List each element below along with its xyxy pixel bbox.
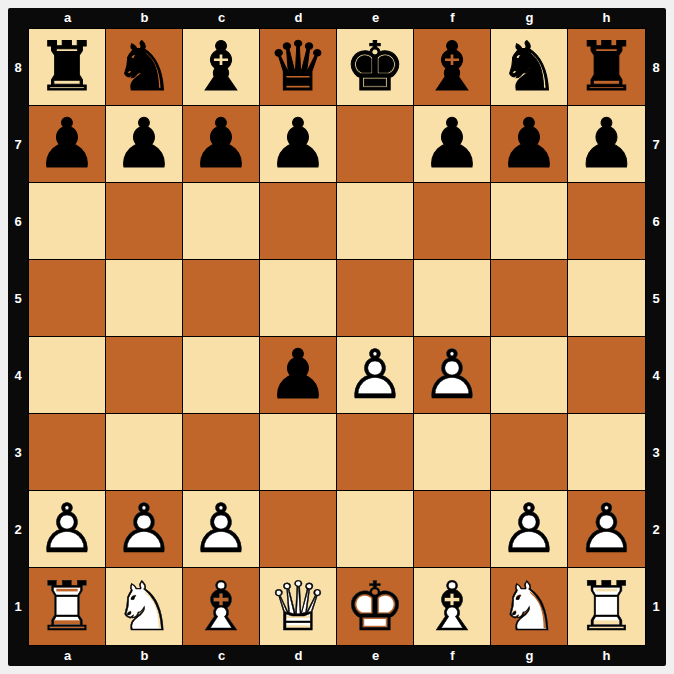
file-label-g-bottom: g bbox=[491, 646, 568, 666]
piece-white-pawn[interactable]: ♟♙ bbox=[183, 491, 259, 567]
black-pawn-glyph: ♟ bbox=[568, 106, 645, 182]
file-label-h-bottom: h bbox=[568, 646, 645, 666]
square-c1[interactable]: ♝♗ bbox=[183, 568, 260, 645]
square-g5[interactable] bbox=[491, 260, 568, 337]
square-c3[interactable] bbox=[183, 414, 260, 491]
square-d7[interactable]: ♟ bbox=[260, 106, 337, 183]
black-pawn-glyph: ♟ bbox=[414, 106, 490, 182]
piece-black-pawn[interactable]: ♟ bbox=[260, 106, 336, 182]
square-f5[interactable] bbox=[414, 260, 491, 337]
piece-white-pawn[interactable]: ♟♙ bbox=[491, 491, 567, 567]
white-pawn-outline-glyph: ♙ bbox=[337, 337, 413, 413]
white-king-outline-glyph: ♔ bbox=[337, 568, 413, 645]
black-queen-glyph: ♛ bbox=[260, 29, 336, 105]
square-h4[interactable] bbox=[568, 337, 645, 414]
square-f7[interactable]: ♟ bbox=[414, 106, 491, 183]
piece-black-pawn[interactable]: ♟ bbox=[414, 106, 490, 182]
black-pawn-glyph: ♟ bbox=[260, 337, 336, 413]
black-bishop-glyph: ♝ bbox=[414, 29, 490, 105]
square-f6[interactable] bbox=[414, 183, 491, 260]
rank-label-3-left: 3 bbox=[8, 414, 28, 491]
square-a5[interactable] bbox=[29, 260, 106, 337]
chess-board: ♜♞♝♛♚♝♞♜♟♟♟♟♟♟♟♟♟♙♟♙♟♙♟♙♟♙♟♙♟♙♜♖♞♘♝♗♛♕♚♔… bbox=[28, 28, 646, 646]
piece-black-king[interactable]: ♚ bbox=[337, 29, 413, 105]
piece-black-queen[interactable]: ♛ bbox=[260, 29, 336, 105]
rank-label-8-left: 8 bbox=[8, 29, 28, 106]
rank-label-1-left: 1 bbox=[8, 568, 28, 645]
square-a7[interactable]: ♟ bbox=[29, 106, 106, 183]
square-f4[interactable]: ♟♙ bbox=[414, 337, 491, 414]
square-a2[interactable]: ♟♙ bbox=[29, 491, 106, 568]
white-pawn-outline-glyph: ♙ bbox=[106, 491, 182, 567]
white-bishop-outline-glyph: ♗ bbox=[414, 568, 490, 645]
square-g1[interactable]: ♞♘ bbox=[491, 568, 568, 645]
square-h5[interactable] bbox=[568, 260, 645, 337]
square-b7[interactable]: ♟ bbox=[106, 106, 183, 183]
square-e1[interactable]: ♚♔ bbox=[337, 568, 414, 645]
square-f8[interactable]: ♝ bbox=[414, 29, 491, 106]
square-b8[interactable]: ♞ bbox=[106, 29, 183, 106]
square-b6[interactable] bbox=[106, 183, 183, 260]
piece-black-pawn[interactable]: ♟ bbox=[491, 106, 567, 182]
square-a6[interactable] bbox=[29, 183, 106, 260]
square-f1[interactable]: ♝♗ bbox=[414, 568, 491, 645]
black-bishop-glyph: ♝ bbox=[183, 29, 259, 105]
piece-white-rook[interactable]: ♜♖ bbox=[568, 568, 645, 645]
square-e6[interactable] bbox=[337, 183, 414, 260]
file-label-c-top: c bbox=[183, 8, 260, 28]
square-d3[interactable] bbox=[260, 414, 337, 491]
piece-white-king[interactable]: ♚♔ bbox=[337, 568, 413, 645]
rank-label-8-right: 8 bbox=[646, 29, 666, 106]
piece-white-pawn[interactable]: ♟♙ bbox=[414, 337, 490, 413]
chess-app-screen: ♜♞♝♛♚♝♞♜♟♟♟♟♟♟♟♟♟♙♟♙♟♙♟♙♟♙♟♙♟♙♜♖♞♘♝♗♛♕♚♔… bbox=[0, 0, 674, 674]
square-e5[interactable] bbox=[337, 260, 414, 337]
black-pawn-glyph: ♟ bbox=[491, 106, 567, 182]
rank-label-5-right: 5 bbox=[646, 260, 666, 337]
piece-white-pawn[interactable]: ♟♙ bbox=[337, 337, 413, 413]
file-label-e-top: e bbox=[337, 8, 414, 28]
rank-label-7-right: 7 bbox=[646, 106, 666, 183]
square-c6[interactable] bbox=[183, 183, 260, 260]
square-c4[interactable] bbox=[183, 337, 260, 414]
white-pawn-outline-glyph: ♙ bbox=[29, 491, 105, 567]
square-b5[interactable] bbox=[106, 260, 183, 337]
white-pawn-outline-glyph: ♙ bbox=[183, 491, 259, 567]
piece-white-pawn[interactable]: ♟♙ bbox=[106, 491, 182, 567]
square-g2[interactable]: ♟♙ bbox=[491, 491, 568, 568]
piece-black-bishop[interactable]: ♝ bbox=[183, 29, 259, 105]
white-pawn-outline-glyph: ♙ bbox=[568, 491, 645, 567]
square-h7[interactable]: ♟ bbox=[568, 106, 645, 183]
piece-black-rook[interactable]: ♜ bbox=[29, 29, 105, 105]
piece-white-pawn[interactable]: ♟♙ bbox=[568, 491, 645, 567]
square-f3[interactable] bbox=[414, 414, 491, 491]
square-d5[interactable] bbox=[260, 260, 337, 337]
square-d2[interactable] bbox=[260, 491, 337, 568]
piece-white-knight[interactable]: ♞♘ bbox=[106, 568, 182, 645]
piece-black-bishop[interactable]: ♝ bbox=[414, 29, 490, 105]
file-label-d-top: d bbox=[260, 8, 337, 28]
piece-white-bishop[interactable]: ♝♗ bbox=[414, 568, 490, 645]
square-g4[interactable] bbox=[491, 337, 568, 414]
square-g8[interactable]: ♞ bbox=[491, 29, 568, 106]
square-h3[interactable] bbox=[568, 414, 645, 491]
square-h1[interactable]: ♜♖ bbox=[568, 568, 645, 645]
square-b3[interactable] bbox=[106, 414, 183, 491]
square-d4[interactable]: ♟ bbox=[260, 337, 337, 414]
rank-label-1-right: 1 bbox=[646, 568, 666, 645]
file-label-c-bottom: c bbox=[183, 646, 260, 666]
square-d1[interactable]: ♛♕ bbox=[260, 568, 337, 645]
rank-label-2-left: 2 bbox=[8, 491, 28, 568]
file-label-e-bottom: e bbox=[337, 646, 414, 666]
square-g7[interactable]: ♟ bbox=[491, 106, 568, 183]
black-knight-glyph: ♞ bbox=[106, 29, 182, 105]
square-a4[interactable] bbox=[29, 337, 106, 414]
piece-black-pawn[interactable]: ♟ bbox=[568, 106, 645, 182]
black-rook-glyph: ♜ bbox=[568, 29, 645, 105]
piece-white-queen[interactable]: ♛♕ bbox=[260, 568, 336, 645]
rank-label-5-left: 5 bbox=[8, 260, 28, 337]
square-c5[interactable] bbox=[183, 260, 260, 337]
white-rook-outline-glyph: ♖ bbox=[29, 568, 105, 645]
square-e8[interactable]: ♚ bbox=[337, 29, 414, 106]
white-queen-outline-glyph: ♕ bbox=[260, 568, 336, 645]
rank-label-4-left: 4 bbox=[8, 337, 28, 414]
square-g6[interactable] bbox=[491, 183, 568, 260]
piece-black-rook[interactable]: ♜ bbox=[568, 29, 645, 105]
black-king-glyph: ♚ bbox=[337, 29, 413, 105]
black-rook-glyph: ♜ bbox=[29, 29, 105, 105]
square-e4[interactable]: ♟♙ bbox=[337, 337, 414, 414]
square-e2[interactable] bbox=[337, 491, 414, 568]
rank-label-6-right: 6 bbox=[646, 183, 666, 260]
square-e3[interactable] bbox=[337, 414, 414, 491]
file-label-b-bottom: b bbox=[106, 646, 183, 666]
square-a1[interactable]: ♜♖ bbox=[29, 568, 106, 645]
square-f2[interactable] bbox=[414, 491, 491, 568]
square-h8[interactable]: ♜ bbox=[568, 29, 645, 106]
rank-label-7-left: 7 bbox=[8, 106, 28, 183]
black-pawn-glyph: ♟ bbox=[29, 106, 105, 182]
square-g3[interactable] bbox=[491, 414, 568, 491]
square-d8[interactable]: ♛ bbox=[260, 29, 337, 106]
square-e7[interactable] bbox=[337, 106, 414, 183]
file-label-a-bottom: a bbox=[29, 646, 106, 666]
square-h2[interactable]: ♟♙ bbox=[568, 491, 645, 568]
file-label-f-top: f bbox=[414, 8, 491, 28]
file-label-g-top: g bbox=[491, 8, 568, 28]
file-label-a-top: a bbox=[29, 8, 106, 28]
white-knight-outline-glyph: ♘ bbox=[491, 568, 567, 645]
white-pawn-outline-glyph: ♙ bbox=[491, 491, 567, 567]
white-pawn-outline-glyph: ♙ bbox=[414, 337, 490, 413]
piece-black-pawn[interactable]: ♟ bbox=[29, 106, 105, 182]
square-h6[interactable] bbox=[568, 183, 645, 260]
square-a3[interactable] bbox=[29, 414, 106, 491]
file-label-d-bottom: d bbox=[260, 646, 337, 666]
rank-label-6-left: 6 bbox=[8, 183, 28, 260]
square-b1[interactable]: ♞♘ bbox=[106, 568, 183, 645]
white-rook-outline-glyph: ♖ bbox=[568, 568, 645, 645]
black-knight-glyph: ♞ bbox=[491, 29, 567, 105]
piece-white-pawn[interactable]: ♟♙ bbox=[29, 491, 105, 567]
rank-label-3-right: 3 bbox=[646, 414, 666, 491]
file-label-h-top: h bbox=[568, 8, 645, 28]
file-label-f-bottom: f bbox=[414, 646, 491, 666]
square-c8[interactable]: ♝ bbox=[183, 29, 260, 106]
piece-white-knight[interactable]: ♞♘ bbox=[491, 568, 567, 645]
white-knight-outline-glyph: ♘ bbox=[106, 568, 182, 645]
black-pawn-glyph: ♟ bbox=[106, 106, 182, 182]
square-c7[interactable]: ♟ bbox=[183, 106, 260, 183]
piece-black-pawn[interactable]: ♟ bbox=[260, 337, 336, 413]
square-b2[interactable]: ♟♙ bbox=[106, 491, 183, 568]
black-pawn-glyph: ♟ bbox=[260, 106, 336, 182]
square-b4[interactable] bbox=[106, 337, 183, 414]
black-pawn-glyph: ♟ bbox=[183, 106, 259, 182]
rank-label-2-right: 2 bbox=[646, 491, 666, 568]
piece-white-bishop[interactable]: ♝♗ bbox=[183, 568, 259, 645]
piece-black-pawn[interactable]: ♟ bbox=[106, 106, 182, 182]
piece-black-knight[interactable]: ♞ bbox=[106, 29, 182, 105]
rank-label-4-right: 4 bbox=[646, 337, 666, 414]
square-a8[interactable]: ♜ bbox=[29, 29, 106, 106]
piece-black-knight[interactable]: ♞ bbox=[491, 29, 567, 105]
file-label-b-top: b bbox=[106, 8, 183, 28]
piece-white-rook[interactable]: ♜♖ bbox=[29, 568, 105, 645]
white-bishop-outline-glyph: ♗ bbox=[183, 568, 259, 645]
square-c2[interactable]: ♟♙ bbox=[183, 491, 260, 568]
square-d6[interactable] bbox=[260, 183, 337, 260]
piece-black-pawn[interactable]: ♟ bbox=[183, 106, 259, 182]
